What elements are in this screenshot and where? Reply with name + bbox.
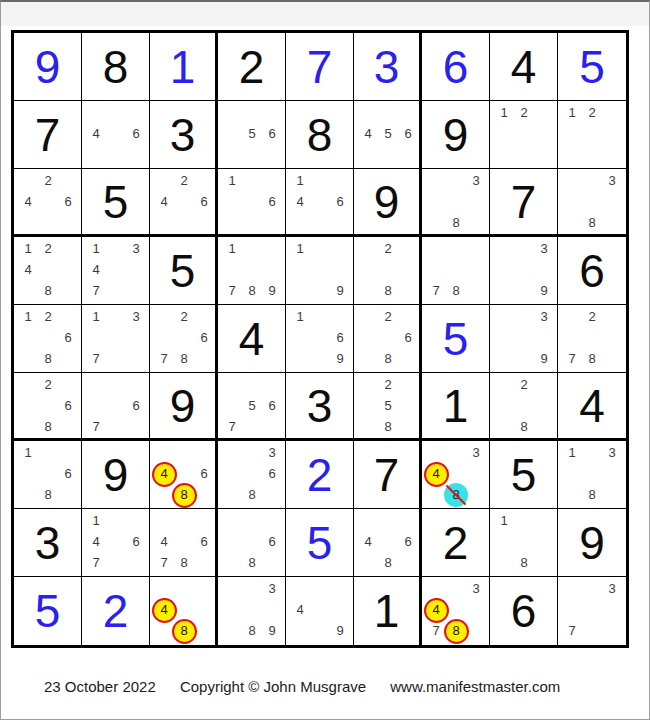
candidate-1[interactable]: 1 xyxy=(18,443,38,463)
cell-r4c9[interactable]: 6 xyxy=(558,237,626,305)
cell-value: 5 xyxy=(558,33,626,100)
cell-r8c2[interactable]: 1467 xyxy=(82,509,150,577)
candidate-1[interactable]: 1 xyxy=(222,239,242,259)
cell-value: 9 xyxy=(558,509,626,576)
candidate-3[interactable]: 3 xyxy=(602,171,622,191)
candidate-1[interactable]: 1 xyxy=(86,239,106,259)
candidate-7[interactable]: 7 xyxy=(222,281,242,301)
candidate-6[interactable]: 6 xyxy=(262,192,282,212)
candidate-3[interactable]: 3 xyxy=(602,443,622,463)
cell-value: 5 xyxy=(14,577,81,645)
candidate-7[interactable]: 7 xyxy=(86,417,106,437)
cell-r4c6[interactable]: 28 xyxy=(354,237,422,305)
candidate-2[interactable]: 2 xyxy=(38,171,58,191)
cell-r4c5[interactable]: 19 xyxy=(286,237,354,305)
cell-r8c7[interactable]: 2 xyxy=(422,509,490,577)
cell-r1c8[interactable]: 4 xyxy=(490,33,558,101)
cell-r7c9[interactable]: 138 xyxy=(558,441,626,509)
cell-value: 7 xyxy=(354,441,419,508)
cell-r1c2[interactable]: 8 xyxy=(82,33,150,101)
candidate-8[interactable]: 8 xyxy=(378,281,398,301)
candidate-8[interactable]: 8 xyxy=(582,485,602,505)
candidate-5[interactable]: 5 xyxy=(378,124,398,144)
candidate-6[interactable]: 6 xyxy=(194,532,214,552)
candidate-1[interactable]: 1 xyxy=(290,171,310,191)
candidate-1[interactable]: 1 xyxy=(494,103,514,123)
cell-value: 4 xyxy=(558,373,626,438)
candidate-2[interactable]: 2 xyxy=(378,375,398,395)
cell-r9c5[interactable]: 49 xyxy=(286,577,354,645)
cell-value: 1 xyxy=(150,33,215,100)
cell-r4c1[interactable]: 1248 xyxy=(14,237,82,305)
candidate-1[interactable]: 1 xyxy=(494,511,514,531)
candidate-6[interactable]: 6 xyxy=(126,532,146,552)
candidate-9[interactable]: 9 xyxy=(330,281,350,301)
cell-r9c3[interactable]: 48 xyxy=(150,577,218,645)
candidate-2[interactable]: 2 xyxy=(378,307,398,327)
candidate-8-eliminated[interactable]: 8 xyxy=(444,483,468,507)
cell-r3c5[interactable]: 146 xyxy=(286,169,354,237)
candidate-8[interactable]: 8 xyxy=(582,213,602,233)
candidate-4[interactable]: 4 xyxy=(86,260,106,280)
footer-website: www.manifestmaster.com xyxy=(390,678,560,695)
cell-r3c6[interactable]: 9 xyxy=(354,169,422,237)
cell-value: 5 xyxy=(150,237,215,304)
candidate-5[interactable]: 5 xyxy=(242,124,262,144)
candidate-1[interactable]: 1 xyxy=(18,239,38,259)
candidate-4[interactable]: 4 xyxy=(358,532,378,552)
footer: 23 October 2022 Copyright © John Musgrav… xyxy=(44,678,560,695)
cell-r7c2[interactable]: 9 xyxy=(82,441,150,509)
candidate-3[interactable]: 3 xyxy=(466,579,486,599)
cell-value: 7 xyxy=(490,169,557,234)
cell-r6c8[interactable]: 28 xyxy=(490,373,558,441)
cell-r5c1[interactable]: 1268 xyxy=(14,305,82,373)
candidate-9[interactable]: 9 xyxy=(534,281,554,301)
cell-value: 9 xyxy=(354,169,419,234)
candidate-2[interactable]: 2 xyxy=(38,307,58,327)
cell-r8c8[interactable]: 18 xyxy=(490,509,558,577)
cell-r3c9[interactable]: 38 xyxy=(558,169,626,237)
cell-r6c3[interactable]: 9 xyxy=(150,373,218,441)
candidate-8[interactable]: 8 xyxy=(38,417,58,437)
candidate-5[interactable]: 5 xyxy=(242,396,262,416)
candidate-6[interactable]: 6 xyxy=(398,328,418,348)
cell-value: 8 xyxy=(286,101,353,168)
cell-value: 6 xyxy=(490,577,557,645)
cell-r3c8[interactable]: 7 xyxy=(490,169,558,237)
candidate-8[interactable]: 8 xyxy=(38,281,58,301)
cell-r8c6[interactable]: 468 xyxy=(354,509,422,577)
candidate-8-highlighted[interactable]: 8 xyxy=(172,483,197,508)
candidate-2[interactable]: 2 xyxy=(514,103,534,123)
cell-r3c7[interactable]: 38 xyxy=(422,169,490,237)
candidate-8[interactable]: 8 xyxy=(514,417,534,437)
candidate-8[interactable]: 8 xyxy=(242,553,262,573)
cell-r3c3[interactable]: 246 xyxy=(150,169,218,237)
cell-value: 5 xyxy=(490,441,557,508)
candidate-2[interactable]: 2 xyxy=(582,103,602,123)
candidate-6[interactable]: 6 xyxy=(330,328,350,348)
cell-r5c2[interactable]: 137 xyxy=(82,305,150,373)
cell-value: 1 xyxy=(354,577,419,645)
cell-value: 7 xyxy=(286,33,353,100)
candidate-9[interactable]: 9 xyxy=(534,349,554,369)
candidate-6[interactable]: 6 xyxy=(194,192,214,212)
cell-r6c7[interactable]: 1 xyxy=(422,373,490,441)
cell-value: 8 xyxy=(82,33,149,100)
cell-r2c4[interactable]: 56 xyxy=(218,101,286,169)
cell-r8c5[interactable]: 5 xyxy=(286,509,354,577)
candidate-4[interactable]: 4 xyxy=(86,124,106,144)
cell-value: 9 xyxy=(150,373,215,438)
cell-r9c9[interactable]: 37 xyxy=(558,577,626,645)
cell-r6c5[interactable]: 3 xyxy=(286,373,354,441)
candidate-6[interactable]: 6 xyxy=(194,328,214,348)
cell-r9c1[interactable]: 5 xyxy=(14,577,82,645)
candidate-6[interactable]: 6 xyxy=(58,192,78,212)
candidate-4-highlighted[interactable]: 4 xyxy=(424,598,449,623)
cell-r2c9[interactable]: 12 xyxy=(558,101,626,169)
candidate-9[interactable]: 9 xyxy=(262,281,282,301)
candidate-1[interactable]: 1 xyxy=(290,307,310,327)
candidate-3[interactable]: 3 xyxy=(126,307,146,327)
cell-r6c1[interactable]: 268 xyxy=(14,373,82,441)
candidate-4-highlighted[interactable]: 4 xyxy=(152,462,177,487)
cell-value: 5 xyxy=(286,509,353,576)
cell-value: 9 xyxy=(14,33,81,100)
cell-r8c3[interactable]: 4678 xyxy=(150,509,218,577)
candidate-8[interactable]: 8 xyxy=(38,485,58,505)
candidate-1[interactable]: 1 xyxy=(222,171,242,191)
candidate-7[interactable]: 7 xyxy=(86,281,106,301)
candidate-3[interactable]: 3 xyxy=(466,443,486,463)
cell-r8c1[interactable]: 3 xyxy=(14,509,82,577)
cell-value: 6 xyxy=(558,237,626,304)
candidate-6[interactable]: 6 xyxy=(330,192,350,212)
candidate-6[interactable]: 6 xyxy=(262,124,282,144)
cell-r4c2[interactable]: 1347 xyxy=(82,237,150,305)
cell-r1c4[interactable]: 2 xyxy=(218,33,286,101)
candidate-6[interactable]: 6 xyxy=(126,396,146,416)
cell-r1c7[interactable]: 6 xyxy=(422,33,490,101)
candidate-7[interactable]: 7 xyxy=(562,621,582,641)
candidate-6[interactable]: 6 xyxy=(398,124,418,144)
cell-r6c2[interactable]: 67 xyxy=(82,373,150,441)
title-bar xyxy=(1,2,649,26)
candidate-9[interactable]: 9 xyxy=(330,621,350,641)
candidate-7[interactable]: 7 xyxy=(222,417,242,437)
candidate-4[interactable]: 4 xyxy=(290,600,310,620)
sudoku-app-window: 9812736457463568456912122465246161469387… xyxy=(0,0,650,720)
footer-date: 23 October 2022 xyxy=(44,678,156,695)
candidate-1[interactable]: 1 xyxy=(86,307,106,327)
candidate-8[interactable]: 8 xyxy=(174,553,194,573)
candidate-6[interactable]: 6 xyxy=(262,396,282,416)
cell-value: 3 xyxy=(286,373,353,438)
candidate-4[interactable]: 4 xyxy=(18,192,38,212)
cell-r7c8[interactable]: 5 xyxy=(490,441,558,509)
candidate-4[interactable]: 4 xyxy=(154,192,174,212)
cell-r4c4[interactable]: 1789 xyxy=(218,237,286,305)
candidate-8[interactable]: 8 xyxy=(242,485,262,505)
candidate-8[interactable]: 8 xyxy=(446,213,466,233)
cell-r5c3[interactable]: 2678 xyxy=(150,305,218,373)
cell-r9c4[interactable]: 389 xyxy=(218,577,286,645)
candidate-6[interactable]: 6 xyxy=(126,124,146,144)
cell-value: 4 xyxy=(490,33,557,100)
cell-r4c7[interactable]: 78 xyxy=(422,237,490,305)
candidate-8[interactable]: 8 xyxy=(378,417,398,437)
cell-r4c3[interactable]: 5 xyxy=(150,237,218,305)
candidate-2[interactable]: 2 xyxy=(514,375,534,395)
candidate-4[interactable]: 4 xyxy=(86,532,106,552)
cell-r1c9[interactable]: 5 xyxy=(558,33,626,101)
candidate-8[interactable]: 8 xyxy=(38,349,58,369)
cell-r9c2[interactable]: 2 xyxy=(82,577,150,645)
candidate-3[interactable]: 3 xyxy=(534,307,554,327)
candidate-8[interactable]: 8 xyxy=(242,281,262,301)
cell-value: 9 xyxy=(82,441,149,508)
cell-r6c6[interactable]: 258 xyxy=(354,373,422,441)
cell-r5c5[interactable]: 169 xyxy=(286,305,354,373)
cell-r2c3[interactable]: 3 xyxy=(150,101,218,169)
candidate-3[interactable]: 3 xyxy=(534,239,554,259)
cell-value: 6 xyxy=(422,33,489,100)
cell-r6c4[interactable]: 567 xyxy=(218,373,286,441)
candidate-7[interactable]: 7 xyxy=(86,553,106,573)
candidate-1[interactable]: 1 xyxy=(18,307,38,327)
candidate-2[interactable]: 2 xyxy=(174,171,194,191)
candidate-3[interactable]: 3 xyxy=(262,443,282,463)
candidate-6[interactable]: 6 xyxy=(398,532,418,552)
candidate-4[interactable]: 4 xyxy=(18,260,38,280)
candidate-8[interactable]: 8 xyxy=(174,349,194,369)
cell-r1c1[interactable]: 9 xyxy=(14,33,82,101)
candidate-5[interactable]: 5 xyxy=(378,396,398,416)
cell-r2c6[interactable]: 456 xyxy=(354,101,422,169)
cell-value: 2 xyxy=(286,441,353,508)
candidate-2[interactable]: 2 xyxy=(582,307,602,327)
candidate-2[interactable]: 2 xyxy=(378,239,398,259)
cell-value: 5 xyxy=(422,305,489,372)
cell-r7c5[interactable]: 2 xyxy=(286,441,354,509)
cell-r1c6[interactable]: 3 xyxy=(354,33,422,101)
cell-value: 2 xyxy=(422,509,489,576)
candidate-7[interactable]: 7 xyxy=(86,349,106,369)
cell-value: 3 xyxy=(150,101,215,168)
candidate-4-highlighted[interactable]: 4 xyxy=(152,598,177,623)
candidate-1[interactable]: 1 xyxy=(562,103,582,123)
candidate-7[interactable]: 7 xyxy=(562,349,582,369)
candidate-6[interactable]: 6 xyxy=(58,328,78,348)
candidate-3[interactable]: 3 xyxy=(126,239,146,259)
candidate-9[interactable]: 9 xyxy=(330,349,350,369)
footer-copyright: Copyright © John Musgrave xyxy=(180,678,366,695)
cell-value: 2 xyxy=(82,577,149,645)
cell-value: 2 xyxy=(218,33,285,100)
candidate-1[interactable]: 1 xyxy=(562,443,582,463)
candidate-4[interactable]: 4 xyxy=(358,124,378,144)
cell-r2c7[interactable]: 9 xyxy=(422,101,490,169)
cell-r9c8[interactable]: 6 xyxy=(490,577,558,645)
cell-r7c6[interactable]: 7 xyxy=(354,441,422,509)
candidate-4[interactable]: 4 xyxy=(290,192,310,212)
candidate-9[interactable]: 9 xyxy=(262,621,282,641)
cell-r7c7[interactable]: 348 xyxy=(422,441,490,509)
cell-r5c4[interactable]: 4 xyxy=(218,305,286,373)
cell-r2c8[interactable]: 12 xyxy=(490,101,558,169)
candidate-3[interactable]: 3 xyxy=(466,171,486,191)
cell-r6c9[interactable]: 4 xyxy=(558,373,626,441)
candidate-4[interactable]: 4 xyxy=(154,532,174,552)
candidate-7[interactable]: 7 xyxy=(426,281,446,301)
candidate-2[interactable]: 2 xyxy=(38,375,58,395)
cell-r8c4[interactable]: 68 xyxy=(218,509,286,577)
candidate-8-highlighted[interactable]: 8 xyxy=(172,619,197,644)
cell-r3c1[interactable]: 246 xyxy=(14,169,82,237)
cell-r9c6[interactable]: 1 xyxy=(354,577,422,645)
candidate-8[interactable]: 8 xyxy=(378,349,398,369)
cell-r9c7[interactable]: 3478 xyxy=(422,577,490,645)
cell-r7c4[interactable]: 368 xyxy=(218,441,286,509)
cell-value: 4 xyxy=(218,305,285,372)
candidate-6[interactable]: 6 xyxy=(58,464,78,484)
cell-r5c6[interactable]: 268 xyxy=(354,305,422,373)
cell-r1c3[interactable]: 1 xyxy=(150,33,218,101)
cell-r3c4[interactable]: 16 xyxy=(218,169,286,237)
cell-r5c8[interactable]: 39 xyxy=(490,305,558,373)
cell-r7c3[interactable]: 468 xyxy=(150,441,218,509)
cell-value: 3 xyxy=(354,33,419,100)
cell-value: 1 xyxy=(422,373,489,438)
cell-value: 7 xyxy=(14,101,81,168)
candidate-8[interactable]: 8 xyxy=(378,553,398,573)
candidate-3[interactable]: 3 xyxy=(262,579,282,599)
cell-r3c2[interactable]: 5 xyxy=(82,169,150,237)
candidate-3[interactable]: 3 xyxy=(602,579,622,599)
candidate-6[interactable]: 6 xyxy=(194,464,214,484)
candidate-2[interactable]: 2 xyxy=(38,239,58,259)
cell-r2c5[interactable]: 8 xyxy=(286,101,354,169)
cell-value: 9 xyxy=(422,101,489,168)
cell-r5c7[interactable]: 5 xyxy=(422,305,490,373)
candidate-8[interactable]: 8 xyxy=(514,553,534,573)
candidate-6[interactable]: 6 xyxy=(262,464,282,484)
cell-value: 5 xyxy=(82,169,149,234)
cell-r1c5[interactable]: 7 xyxy=(286,33,354,101)
cell-r7c1[interactable]: 168 xyxy=(14,441,82,509)
candidate-2[interactable]: 2 xyxy=(174,307,194,327)
cell-value: 3 xyxy=(14,509,81,576)
candidate-8[interactable]: 8 xyxy=(446,281,466,301)
candidate-6[interactable]: 6 xyxy=(262,532,282,552)
candidate-8-highlighted[interactable]: 8 xyxy=(444,619,469,644)
candidate-1[interactable]: 1 xyxy=(86,511,106,531)
candidate-7[interactable]: 7 xyxy=(154,553,174,573)
candidate-8[interactable]: 8 xyxy=(582,349,602,369)
cell-r2c2[interactable]: 46 xyxy=(82,101,150,169)
cell-r4c8[interactable]: 39 xyxy=(490,237,558,305)
candidate-6[interactable]: 6 xyxy=(58,396,78,416)
sudoku-board: 9812736457463568456912122465246161469387… xyxy=(11,30,629,648)
candidate-7[interactable]: 7 xyxy=(154,349,174,369)
candidate-1[interactable]: 1 xyxy=(290,239,310,259)
cell-r2c1[interactable]: 7 xyxy=(14,101,82,169)
cell-r8c9[interactable]: 9 xyxy=(558,509,626,577)
cell-r5c9[interactable]: 278 xyxy=(558,305,626,373)
candidate-8[interactable]: 8 xyxy=(242,621,262,641)
candidate-4-highlighted[interactable]: 4 xyxy=(424,462,449,487)
